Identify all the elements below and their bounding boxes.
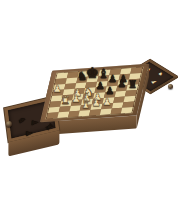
board-wooden-frame (40, 64, 149, 123)
drawer-piece-black-knight: ♞ (17, 116, 27, 125)
chess-board (40, 64, 149, 123)
chess-set-product-photo: ♝♟♞♟ ♞♟♝♟♜ ♞♚♝♟♟♟♟♜♟♟♟♞♜♟♟♟♝♟♟ (0, 0, 178, 222)
drawer-piece-black-pawn: ♟ (30, 119, 39, 127)
left-drawer-knob-icon (6, 121, 12, 127)
drawer-piece-white-pawn: ♟ (150, 79, 158, 84)
checkerboard-grid (46, 67, 143, 119)
drawer-piece-white-knight: ♞ (156, 71, 164, 76)
square-h1 (121, 107, 133, 113)
right-drawer-knob-icon (168, 84, 173, 89)
